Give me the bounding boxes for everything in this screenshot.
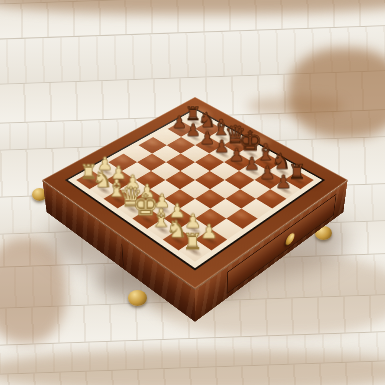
square-h1[interactable]: ♜ xyxy=(179,239,212,261)
wood-stain xyxy=(288,48,385,138)
square-e4[interactable] xyxy=(180,180,210,199)
wood-stain xyxy=(248,96,343,116)
piece-white-rook[interactable]: ♜ xyxy=(175,230,210,252)
brass-foot xyxy=(128,290,147,306)
drawer-knob[interactable] xyxy=(285,231,295,247)
panel-seam xyxy=(121,244,123,266)
square-d5[interactable] xyxy=(180,162,209,180)
square-f4[interactable] xyxy=(195,189,225,208)
chess-set-photo: ♜♞♝♛♚♝♞♜♟♟♟♟♟♟♟♟♟♟♟♟♟♟♟♟♜♞♝♛♚♝♞♜ xyxy=(0,0,385,385)
square-h7[interactable]: ♟ xyxy=(270,180,300,199)
square-d6[interactable] xyxy=(195,154,224,171)
square-c5[interactable] xyxy=(166,154,195,171)
wood-stain xyxy=(0,350,385,385)
piece-black-pawn[interactable]: ♟ xyxy=(267,172,299,190)
